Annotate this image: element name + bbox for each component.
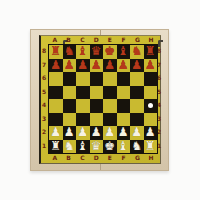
piece-red-pawn: ♟	[49, 59, 63, 73]
square-a5[interactable]	[49, 86, 63, 100]
square-c6[interactable]	[76, 72, 90, 86]
square-e7[interactable]: ♟	[103, 59, 117, 73]
file-label-top-h: H	[144, 36, 158, 44]
piece-red-knight: ♞	[130, 45, 144, 59]
piece-red-pawn: ♟	[117, 59, 131, 73]
square-g2[interactable]: ♟	[130, 126, 144, 140]
square-b3[interactable]	[63, 113, 77, 127]
square-f4[interactable]	[117, 99, 131, 113]
square-b4[interactable]	[63, 99, 77, 113]
piece-red-queen: ♛	[90, 45, 104, 59]
square-g8[interactable]: ♞	[130, 45, 144, 59]
rank-label-left-2: 2	[41, 125, 47, 139]
square-a1[interactable]: ♜	[49, 140, 63, 154]
square-f8[interactable]: ♝	[117, 45, 131, 59]
file-label-top-a: A	[48, 36, 62, 44]
square-e3[interactable]	[103, 113, 117, 127]
piece-white-pawn: ♟	[130, 126, 144, 140]
piece-white-pawn: ♟	[90, 126, 104, 140]
piece-white-pawn: ♟	[49, 126, 63, 140]
piece-red-pawn: ♟	[76, 59, 90, 73]
square-c8[interactable]: ♝	[76, 45, 90, 59]
rank-labels-left: 87654321	[41, 44, 47, 152]
piece-white-knight: ♞	[63, 140, 77, 154]
board-sheet: ABCDEFGH 87654321 87654321 ABCDEFGH ♜♞♝♛…	[39, 35, 161, 164]
square-e6[interactable]	[103, 72, 117, 86]
square-c4[interactable]	[76, 99, 90, 113]
square-b8[interactable]: ♞	[63, 45, 77, 59]
rank-label-left-1: 1	[41, 139, 47, 153]
file-label-top-b: B	[62, 36, 76, 44]
square-c2[interactable]: ♟	[76, 126, 90, 140]
piece-white-bishop: ♝	[117, 140, 131, 154]
board-frame: ABCDEFGH 87654321 87654321 ABCDEFGH ♜♞♝♛…	[30, 29, 169, 171]
square-g3[interactable]	[130, 113, 144, 127]
square-c7[interactable]: ♟	[76, 59, 90, 73]
square-d7[interactable]: ♟	[90, 59, 104, 73]
piece-red-knight: ♞	[63, 45, 77, 59]
square-b7[interactable]: ♟	[63, 59, 77, 73]
square-e8[interactable]: ♚	[103, 45, 117, 59]
square-h2[interactable]: ♟	[144, 126, 158, 140]
piece-red-rook: ♜	[144, 45, 158, 59]
square-e2[interactable]: ♟	[103, 126, 117, 140]
square-c1[interactable]: ♝	[76, 140, 90, 154]
square-a7[interactable]: ♟	[49, 59, 63, 73]
square-b5[interactable]	[63, 86, 77, 100]
square-g5[interactable]	[130, 86, 144, 100]
piece-white-rook: ♜	[144, 140, 158, 154]
piece-red-pawn: ♟	[90, 59, 104, 73]
square-b1[interactable]: ♞	[63, 140, 77, 154]
piece-red-king: ♚	[103, 45, 117, 59]
piece-white-rook: ♜	[49, 140, 63, 154]
file-labels-top: ABCDEFGH	[48, 36, 158, 44]
file-label-top-f: F	[117, 36, 131, 44]
square-g1[interactable]: ♞	[130, 140, 144, 154]
square-h1[interactable]: ♜	[144, 140, 158, 154]
rank-label-left-8: 8	[41, 44, 47, 58]
square-c3[interactable]	[76, 113, 90, 127]
file-label-top-g: G	[131, 36, 145, 44]
square-g6[interactable]	[130, 72, 144, 86]
square-d4[interactable]	[90, 99, 104, 113]
square-h6[interactable]	[144, 72, 158, 86]
piece-white-knight: ♞	[130, 140, 144, 154]
piece-red-pawn: ♟	[130, 59, 144, 73]
piece-white-pawn: ♟	[144, 126, 158, 140]
square-h4[interactable]	[144, 99, 158, 113]
square-h7[interactable]: ♟	[144, 59, 158, 73]
square-b6[interactable]	[63, 72, 77, 86]
file-label-top-c: C	[76, 36, 90, 44]
chess-board: ♜♞♝♛♚♝♞♜♟♟♟♟♟♟♟♟♟♟♟♟♟♟♟♟♜♞♝♛♚♝♞♜	[48, 44, 158, 154]
white-marker-dot	[148, 103, 153, 108]
square-f7[interactable]: ♟	[117, 59, 131, 73]
square-f3[interactable]	[117, 113, 131, 127]
square-d2[interactable]: ♟	[90, 126, 104, 140]
piece-red-pawn: ♟	[63, 59, 77, 73]
square-d8[interactable]: ♛	[90, 45, 104, 59]
piece-white-pawn: ♟	[76, 126, 90, 140]
square-g7[interactable]: ♟	[130, 59, 144, 73]
file-label-top-e: E	[103, 36, 117, 44]
rank-label-left-3: 3	[41, 112, 47, 126]
square-f6[interactable]	[117, 72, 131, 86]
rank-label-left-6: 6	[41, 71, 47, 85]
square-h5[interactable]	[144, 86, 158, 100]
piece-white-pawn: ♟	[63, 126, 77, 140]
square-d1[interactable]: ♛	[90, 140, 104, 154]
square-a3[interactable]	[49, 113, 63, 127]
piece-white-queen: ♛	[90, 140, 104, 154]
rank-label-left-7: 7	[41, 58, 47, 72]
square-a8[interactable]: ♜	[49, 45, 63, 59]
square-h8[interactable]: ♜	[144, 45, 158, 59]
rank-label-left-4: 4	[41, 98, 47, 112]
square-a2[interactable]: ♟	[49, 126, 63, 140]
piece-red-pawn: ♟	[144, 59, 158, 73]
square-d5[interactable]	[90, 86, 104, 100]
square-d6[interactable]	[90, 72, 104, 86]
piece-white-pawn: ♟	[117, 126, 131, 140]
file-label-top-d: D	[89, 36, 103, 44]
square-d3[interactable]	[90, 113, 104, 127]
square-e1[interactable]: ♚	[103, 140, 117, 154]
square-h3[interactable]	[144, 113, 158, 127]
piece-white-pawn: ♟	[103, 126, 117, 140]
square-g4[interactable]	[130, 99, 144, 113]
piece-red-bishop: ♝	[76, 45, 90, 59]
square-e4[interactable]	[103, 99, 117, 113]
square-f1[interactable]: ♝	[117, 140, 131, 154]
square-a6[interactable]	[49, 72, 63, 86]
piece-red-pawn: ♟	[103, 59, 117, 73]
piece-white-king: ♚	[103, 140, 117, 154]
piece-white-bishop: ♝	[76, 140, 90, 154]
square-f2[interactable]: ♟	[117, 126, 131, 140]
photo-background: ABCDEFGH 87654321 87654321 ABCDEFGH ♜♞♝♛…	[0, 0, 200, 200]
square-b2[interactable]: ♟	[63, 126, 77, 140]
square-e5[interactable]	[103, 86, 117, 100]
rank-label-left-5: 5	[41, 85, 47, 99]
square-a4[interactable]	[49, 99, 63, 113]
piece-red-rook: ♜	[49, 45, 63, 59]
square-c5[interactable]	[76, 86, 90, 100]
square-f5[interactable]	[117, 86, 131, 100]
piece-red-bishop: ♝	[117, 45, 131, 59]
